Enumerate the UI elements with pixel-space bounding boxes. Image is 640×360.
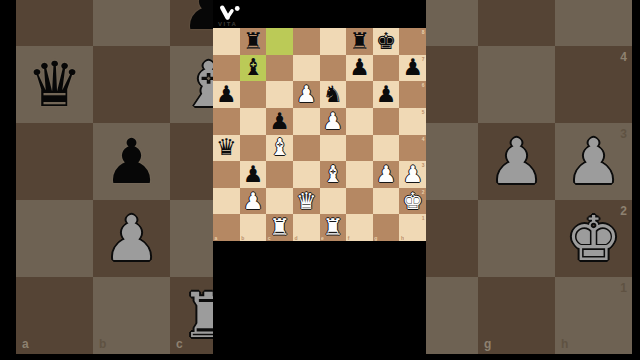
square-b3[interactable]: ♟	[240, 161, 267, 188]
square-a6[interactable]: ♟	[213, 81, 240, 108]
square-a2[interactable]	[213, 188, 240, 215]
bg-square-g2	[478, 200, 555, 277]
square-d4[interactable]	[293, 135, 320, 162]
square-e7[interactable]	[320, 55, 347, 82]
bg-square-b3: ♟	[93, 123, 170, 200]
square-h5[interactable]: 5	[399, 108, 426, 135]
piece-black-rook[interactable]: ♜	[349, 30, 370, 53]
piece-black-king[interactable]: ♚	[376, 30, 397, 53]
square-h8[interactable]: 8	[399, 28, 426, 55]
rank-label-4: 4	[422, 136, 425, 142]
bg-file-label-h: h	[561, 337, 568, 351]
rank-label-6: 6	[422, 82, 425, 88]
bg-piece-black-pawn: ♟	[104, 131, 160, 193]
main-chess-board: ♜♜♚8♝♟♟7♟♟♞♟6♟♟5♛♝4♟♝♟♟3♟♛♚2ab♜cd♜efg1h	[213, 28, 426, 241]
square-h4[interactable]: 4	[399, 135, 426, 162]
bg-file-label-a: a	[22, 337, 29, 351]
bg-file-label-g: g	[484, 337, 491, 351]
square-g5[interactable]	[373, 108, 400, 135]
file-label-b: b	[241, 235, 244, 241]
square-d6[interactable]: ♟	[293, 81, 320, 108]
square-h7[interactable]: ♟7	[399, 55, 426, 82]
piece-white-king[interactable]: ♚	[402, 190, 423, 213]
piece-white-bishop[interactable]: ♝	[269, 136, 290, 159]
square-e3[interactable]: ♝	[320, 161, 347, 188]
square-e1[interactable]: ♜e	[320, 214, 347, 241]
rank-label-8: 8	[422, 29, 425, 35]
bg-square-a4: ♛	[16, 46, 93, 123]
square-c7[interactable]	[266, 55, 293, 82]
rank-label-3: 3	[422, 162, 425, 168]
piece-black-queen[interactable]: ♛	[216, 136, 237, 159]
square-e6[interactable]: ♞	[320, 81, 347, 108]
bg-square-g1: g	[478, 277, 555, 354]
bg-square-b2: ♟	[93, 200, 170, 277]
square-b5[interactable]	[240, 108, 267, 135]
square-c2[interactable]	[266, 188, 293, 215]
square-a7[interactable]	[213, 55, 240, 82]
bg-square-b1: b	[93, 277, 170, 354]
file-label-e: e	[321, 235, 324, 241]
square-b4[interactable]	[240, 135, 267, 162]
bg-square-g3: ♟	[478, 123, 555, 200]
piece-white-pawn[interactable]: ♟	[376, 163, 397, 186]
square-f8[interactable]: ♜	[346, 28, 373, 55]
square-e8[interactable]	[320, 28, 347, 55]
bg-square-g5	[478, 0, 555, 46]
square-f2[interactable]	[346, 188, 373, 215]
square-f5[interactable]	[346, 108, 373, 135]
square-e4[interactable]	[320, 135, 347, 162]
rank-label-7: 7	[422, 56, 425, 62]
square-c8[interactable]	[266, 28, 293, 55]
piece-white-bishop[interactable]: ♝	[323, 163, 344, 186]
bg-square-h5	[555, 0, 632, 46]
square-g2[interactable]	[373, 188, 400, 215]
bg-piece-white-king: ♚	[566, 208, 622, 270]
piece-white-pawn[interactable]: ♟	[296, 83, 317, 106]
piece-black-pawn[interactable]: ♟	[269, 110, 290, 133]
bg-square-h2: ♚2	[555, 200, 632, 277]
rank-label-5: 5	[422, 109, 425, 115]
square-b2[interactable]: ♟	[240, 188, 267, 215]
file-label-c: c	[268, 235, 271, 241]
piece-white-rook[interactable]: ♜	[323, 216, 344, 239]
bg-square-a1: a	[16, 277, 93, 354]
bg-square-h1: 1h	[555, 277, 632, 354]
square-b6[interactable]	[240, 81, 267, 108]
square-f1[interactable]: f	[346, 214, 373, 241]
piece-white-pawn[interactable]: ♟	[323, 110, 344, 133]
piece-white-pawn[interactable]: ♟	[402, 163, 423, 186]
square-f3[interactable]	[346, 161, 373, 188]
square-f6[interactable]	[346, 81, 373, 108]
file-label-f: f	[348, 235, 350, 241]
file-label-d: d	[294, 235, 297, 241]
square-c3[interactable]	[266, 161, 293, 188]
bg-file-label-b: b	[99, 337, 106, 351]
bg-rank-label-4: 4	[620, 50, 627, 64]
bg-square-a5	[16, 0, 93, 46]
square-h1[interactable]: 1h	[399, 214, 426, 241]
piece-black-knight[interactable]: ♞	[323, 83, 344, 106]
piece-black-pawn[interactable]: ♟	[216, 83, 237, 106]
bg-rank-label-3: 3	[620, 127, 627, 141]
square-d7[interactable]	[293, 55, 320, 82]
square-a4[interactable]: ♛	[213, 135, 240, 162]
piece-black-pawn[interactable]: ♟	[376, 83, 397, 106]
bg-piece-black-queen: ♛	[27, 54, 83, 116]
square-a1[interactable]: a	[213, 214, 240, 241]
square-f7[interactable]: ♟	[346, 55, 373, 82]
bg-rank-label-1: 1	[620, 281, 627, 295]
square-b7[interactable]: ♝	[240, 55, 267, 82]
piece-black-rook[interactable]: ♜	[243, 30, 264, 53]
square-d8[interactable]	[293, 28, 320, 55]
square-e2[interactable]	[320, 188, 347, 215]
square-b8[interactable]: ♜	[240, 28, 267, 55]
bg-square-h3: ♟3	[555, 123, 632, 200]
square-g7[interactable]	[373, 55, 400, 82]
bg-square-a2	[16, 200, 93, 277]
file-label-h: h	[401, 235, 404, 241]
file-label-a: a	[215, 235, 218, 241]
bg-rank-label-2: 2	[620, 204, 627, 218]
square-g8[interactable]: ♚	[373, 28, 400, 55]
bg-piece-white-pawn: ♟	[566, 131, 622, 193]
file-label-g: g	[374, 235, 377, 241]
piece-white-rook[interactable]: ♜	[269, 216, 290, 239]
square-g6[interactable]: ♟	[373, 81, 400, 108]
square-g4[interactable]	[373, 135, 400, 162]
video-frame: VITA ♜♜♚8♝♟♟7♟♟♞♟6♟♟5♛♝4♟♝♟♟3♟♛♚2ab♜cd♜e…	[213, 0, 426, 360]
piece-white-queen[interactable]: ♛	[296, 190, 317, 213]
square-d5[interactable]	[293, 108, 320, 135]
square-h3[interactable]: ♟3	[399, 161, 426, 188]
square-a3[interactable]	[213, 161, 240, 188]
square-d3[interactable]	[293, 161, 320, 188]
square-c4[interactable]: ♝	[266, 135, 293, 162]
bg-square-b4	[93, 46, 170, 123]
square-g1[interactable]: g	[373, 214, 400, 241]
square-d2[interactable]: ♛	[293, 188, 320, 215]
piece-black-pawn[interactable]: ♟	[349, 56, 370, 79]
piece-black-pawn[interactable]: ♟	[243, 163, 264, 186]
square-a8[interactable]	[213, 28, 240, 55]
square-h6[interactable]: 6	[399, 81, 426, 108]
square-c1[interactable]: ♜c	[266, 214, 293, 241]
piece-black-pawn[interactable]: ♟	[402, 56, 423, 79]
bg-piece-white-pawn: ♟	[489, 131, 545, 193]
square-b1[interactable]: b	[240, 214, 267, 241]
square-d1[interactable]: d	[293, 214, 320, 241]
watermark-text: VITA	[218, 21, 237, 27]
bg-file-label-c: c	[176, 337, 183, 351]
bg-square-g4	[478, 46, 555, 123]
bg-square-b5	[93, 0, 170, 46]
bg-square-a3	[16, 123, 93, 200]
bg-piece-white-pawn: ♟	[104, 208, 160, 270]
piece-white-pawn[interactable]: ♟	[243, 190, 264, 213]
square-a5[interactable]	[213, 108, 240, 135]
square-e5[interactable]: ♟	[320, 108, 347, 135]
square-c5[interactable]: ♟	[266, 108, 293, 135]
rank-label-2: 2	[422, 189, 425, 195]
square-c6[interactable]	[266, 81, 293, 108]
square-h2[interactable]: ♚2	[399, 188, 426, 215]
piece-black-bishop[interactable]: ♝	[243, 56, 264, 79]
screenshot-root: ♟♟♛♝4♟♝♟♟3♟♛♚2ab♜c♜g1h VITA ♜♜♚8♝♟♟7♟♟♞♟…	[0, 0, 640, 360]
rank-label-1: 1	[422, 215, 425, 221]
bg-square-h4: 4	[555, 46, 632, 123]
square-g3[interactable]: ♟	[373, 161, 400, 188]
square-f4[interactable]	[346, 135, 373, 162]
vita-logo-icon	[217, 4, 250, 22]
